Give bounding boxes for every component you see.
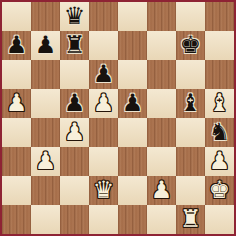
square-d2[interactable]: ♛: [89, 176, 118, 205]
square-e3[interactable]: [118, 147, 147, 176]
black-bishop-g5: ♝: [180, 89, 202, 118]
square-e5[interactable]: ♟: [118, 89, 147, 118]
black-pawn-c5: ♟: [64, 89, 86, 118]
black-pawn-b7: ♟: [35, 31, 57, 60]
chess-board: ♛♟♟♜♚♟♟♟♟♟♝♝♟♞♟♟♛♟♚♜: [2, 2, 234, 234]
square-a8[interactable]: [2, 2, 31, 31]
square-h3[interactable]: ♟: [205, 147, 234, 176]
square-b2[interactable]: [31, 176, 60, 205]
square-g7[interactable]: ♚: [176, 31, 205, 60]
square-h1[interactable]: [205, 205, 234, 234]
square-h6[interactable]: [205, 60, 234, 89]
square-e8[interactable]: [118, 2, 147, 31]
square-g5[interactable]: ♝: [176, 89, 205, 118]
square-b1[interactable]: [31, 205, 60, 234]
square-d5[interactable]: ♟: [89, 89, 118, 118]
square-d7[interactable]: [89, 31, 118, 60]
white-pawn-h3: ♟: [209, 147, 231, 176]
white-pawn-a5: ♟: [6, 89, 28, 118]
square-g3[interactable]: [176, 147, 205, 176]
white-rook-g1: ♜: [180, 205, 202, 234]
square-b7[interactable]: ♟: [31, 31, 60, 60]
square-g6[interactable]: [176, 60, 205, 89]
square-a3[interactable]: [2, 147, 31, 176]
square-f5[interactable]: [147, 89, 176, 118]
square-e4[interactable]: [118, 118, 147, 147]
square-e7[interactable]: [118, 31, 147, 60]
square-c4[interactable]: ♟: [60, 118, 89, 147]
square-f8[interactable]: [147, 2, 176, 31]
square-a5[interactable]: ♟: [2, 89, 31, 118]
square-b6[interactable]: [31, 60, 60, 89]
square-d1[interactable]: [89, 205, 118, 234]
square-f3[interactable]: [147, 147, 176, 176]
square-h4[interactable]: ♞: [205, 118, 234, 147]
square-b8[interactable]: [31, 2, 60, 31]
black-king-g7: ♚: [180, 31, 202, 60]
white-pawn-c4: ♟: [64, 118, 86, 147]
white-bishop-h5: ♝: [209, 89, 231, 118]
black-pawn-e5: ♟: [122, 89, 144, 118]
square-c8[interactable]: ♛: [60, 2, 89, 31]
square-f2[interactable]: ♟: [147, 176, 176, 205]
square-g1[interactable]: ♜: [176, 205, 205, 234]
black-knight-h4: ♞: [209, 118, 231, 147]
black-rook-c7: ♜: [64, 31, 86, 60]
square-h5[interactable]: ♝: [205, 89, 234, 118]
black-pawn-a7: ♟: [6, 31, 28, 60]
square-b5[interactable]: [31, 89, 60, 118]
square-f1[interactable]: [147, 205, 176, 234]
square-e1[interactable]: [118, 205, 147, 234]
square-h8[interactable]: [205, 2, 234, 31]
square-e6[interactable]: [118, 60, 147, 89]
square-c6[interactable]: [60, 60, 89, 89]
black-queen-c8: ♛: [64, 2, 86, 31]
black-pawn-d6: ♟: [93, 60, 115, 89]
square-c5[interactable]: ♟: [60, 89, 89, 118]
square-e2[interactable]: [118, 176, 147, 205]
white-pawn-f2: ♟: [151, 176, 173, 205]
white-pawn-d5: ♟: [93, 89, 115, 118]
white-queen-d2: ♛: [93, 176, 115, 205]
square-a4[interactable]: [2, 118, 31, 147]
square-c1[interactable]: [60, 205, 89, 234]
square-g4[interactable]: [176, 118, 205, 147]
square-d8[interactable]: [89, 2, 118, 31]
square-h7[interactable]: [205, 31, 234, 60]
white-pawn-b3: ♟: [35, 147, 57, 176]
square-d4[interactable]: [89, 118, 118, 147]
square-f6[interactable]: [147, 60, 176, 89]
square-g8[interactable]: [176, 2, 205, 31]
board-frame: ♛♟♟♜♚♟♟♟♟♟♝♝♟♞♟♟♛♟♚♜: [0, 0, 236, 236]
square-b3[interactable]: ♟: [31, 147, 60, 176]
square-c7[interactable]: ♜: [60, 31, 89, 60]
white-king-h2: ♚: [209, 176, 231, 205]
square-a1[interactable]: [2, 205, 31, 234]
square-g2[interactable]: [176, 176, 205, 205]
square-f7[interactable]: [147, 31, 176, 60]
square-a7[interactable]: ♟: [2, 31, 31, 60]
square-a2[interactable]: [2, 176, 31, 205]
square-b4[interactable]: [31, 118, 60, 147]
square-h2[interactable]: ♚: [205, 176, 234, 205]
square-c2[interactable]: [60, 176, 89, 205]
square-c3[interactable]: [60, 147, 89, 176]
square-d6[interactable]: ♟: [89, 60, 118, 89]
square-a6[interactable]: [2, 60, 31, 89]
square-f4[interactable]: [147, 118, 176, 147]
square-d3[interactable]: [89, 147, 118, 176]
